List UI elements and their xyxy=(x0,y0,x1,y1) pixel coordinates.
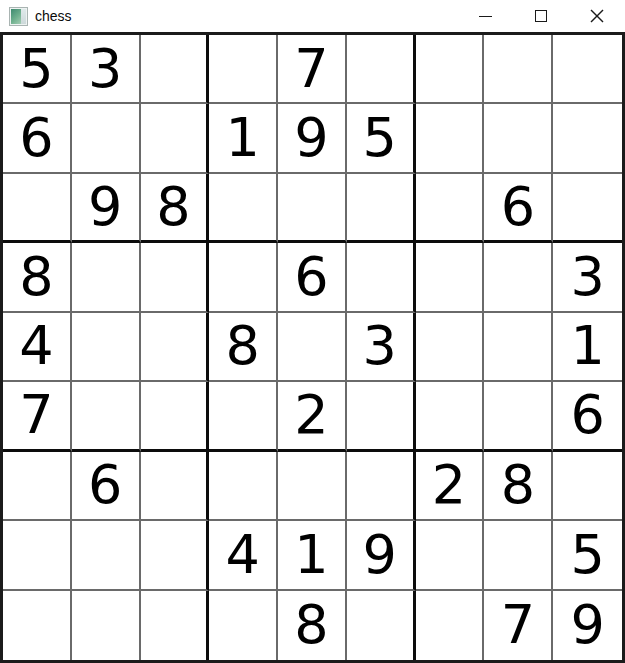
cell-r9c7[interactable] xyxy=(416,591,485,660)
cell-r2c7[interactable] xyxy=(416,104,485,173)
minimize-button[interactable] xyxy=(457,0,513,32)
cell-r2c4[interactable]: 1 xyxy=(209,104,278,173)
cell-r2c1[interactable]: 6 xyxy=(3,104,72,173)
cell-r1c3[interactable] xyxy=(141,35,210,104)
cell-r2c8[interactable] xyxy=(484,104,553,173)
maximize-icon xyxy=(535,10,547,22)
cell-r9c2[interactable] xyxy=(72,591,141,660)
cell-r2c3[interactable] xyxy=(141,104,210,173)
cell-r5c2[interactable] xyxy=(72,313,141,382)
cell-r3c2[interactable]: 9 xyxy=(72,174,141,243)
cell-r5c3[interactable] xyxy=(141,313,210,382)
close-button[interactable] xyxy=(569,0,625,32)
cell-r8c4[interactable]: 4 xyxy=(209,521,278,590)
close-icon xyxy=(590,9,604,23)
cell-r1c4[interactable] xyxy=(209,35,278,104)
window-controls xyxy=(457,0,625,32)
cell-r7c2[interactable]: 6 xyxy=(72,452,141,521)
cell-r9c5[interactable]: 8 xyxy=(278,591,347,660)
cell-r4c7[interactable] xyxy=(416,243,485,312)
cell-r6c9[interactable]: 6 xyxy=(553,382,622,451)
app-icon xyxy=(9,7,28,26)
cell-r4c1[interactable]: 8 xyxy=(3,243,72,312)
cell-r6c5[interactable]: 2 xyxy=(278,382,347,451)
title-bar: chess xyxy=(0,0,625,32)
cell-r6c6[interactable] xyxy=(347,382,416,451)
cell-r8c9[interactable]: 5 xyxy=(553,521,622,590)
cell-r1c7[interactable] xyxy=(416,35,485,104)
cell-r7c8[interactable]: 8 xyxy=(484,452,553,521)
cell-r6c3[interactable] xyxy=(141,382,210,451)
cell-r3c5[interactable] xyxy=(278,174,347,243)
cell-r3c6[interactable] xyxy=(347,174,416,243)
cell-r8c1[interactable] xyxy=(3,521,72,590)
cell-r5c9[interactable]: 1 xyxy=(553,313,622,382)
cell-r1c9[interactable] xyxy=(553,35,622,104)
cell-r2c6[interactable]: 5 xyxy=(347,104,416,173)
cell-r5c4[interactable]: 8 xyxy=(209,313,278,382)
cell-r3c4[interactable] xyxy=(209,174,278,243)
cell-r9c1[interactable] xyxy=(3,591,72,660)
cell-r8c7[interactable] xyxy=(416,521,485,590)
cell-r4c8[interactable] xyxy=(484,243,553,312)
cell-r2c9[interactable] xyxy=(553,104,622,173)
cell-r9c8[interactable]: 7 xyxy=(484,591,553,660)
cell-r3c7[interactable] xyxy=(416,174,485,243)
cell-r2c5[interactable]: 9 xyxy=(278,104,347,173)
app-icon-pale-block xyxy=(21,9,26,24)
cell-r9c6[interactable] xyxy=(347,591,416,660)
cell-r2c2[interactable] xyxy=(72,104,141,173)
cell-r9c4[interactable] xyxy=(209,591,278,660)
cell-r7c7[interactable]: 2 xyxy=(416,452,485,521)
cell-r8c5[interactable]: 1 xyxy=(278,521,347,590)
cell-r8c8[interactable] xyxy=(484,521,553,590)
cell-r6c4[interactable] xyxy=(209,382,278,451)
cell-r6c8[interactable] xyxy=(484,382,553,451)
cell-r7c3[interactable] xyxy=(141,452,210,521)
cell-r8c3[interactable] xyxy=(141,521,210,590)
cell-r7c4[interactable] xyxy=(209,452,278,521)
maximize-button[interactable] xyxy=(513,0,569,32)
cell-r3c8[interactable]: 6 xyxy=(484,174,553,243)
cell-r5c7[interactable] xyxy=(416,313,485,382)
cell-r7c6[interactable] xyxy=(347,452,416,521)
minimize-icon xyxy=(479,16,492,17)
cell-r7c9[interactable] xyxy=(553,452,622,521)
cell-r4c3[interactable] xyxy=(141,243,210,312)
cell-r1c8[interactable] xyxy=(484,35,553,104)
cell-r4c6[interactable] xyxy=(347,243,416,312)
cell-r4c4[interactable] xyxy=(209,243,278,312)
cell-r8c2[interactable] xyxy=(72,521,141,590)
cell-r6c7[interactable] xyxy=(416,382,485,451)
cell-r5c1[interactable]: 4 xyxy=(3,313,72,382)
cell-r8c6[interactable]: 9 xyxy=(347,521,416,590)
cell-r4c5[interactable]: 6 xyxy=(278,243,347,312)
app-icon-green-block xyxy=(11,9,21,24)
sudoku-board: 537619598686348317266284195879 xyxy=(0,32,625,663)
cell-r7c5[interactable] xyxy=(278,452,347,521)
cell-r4c9[interactable]: 3 xyxy=(553,243,622,312)
cell-r5c5[interactable] xyxy=(278,313,347,382)
cell-r6c1[interactable]: 7 xyxy=(3,382,72,451)
cell-r1c5[interactable]: 7 xyxy=(278,35,347,104)
cell-r9c9[interactable]: 9 xyxy=(553,591,622,660)
cell-r1c1[interactable]: 5 xyxy=(3,35,72,104)
cell-r3c1[interactable] xyxy=(3,174,72,243)
cell-r5c8[interactable] xyxy=(484,313,553,382)
cell-r6c2[interactable] xyxy=(72,382,141,451)
cell-r3c3[interactable]: 8 xyxy=(141,174,210,243)
cell-r9c3[interactable] xyxy=(141,591,210,660)
cell-r4c2[interactable] xyxy=(72,243,141,312)
cell-r3c9[interactable] xyxy=(553,174,622,243)
cell-r1c6[interactable] xyxy=(347,35,416,104)
cell-r1c2[interactable]: 3 xyxy=(72,35,141,104)
window-title: chess xyxy=(35,0,72,32)
cell-r5c6[interactable]: 3 xyxy=(347,313,416,382)
cell-r7c1[interactable] xyxy=(3,452,72,521)
